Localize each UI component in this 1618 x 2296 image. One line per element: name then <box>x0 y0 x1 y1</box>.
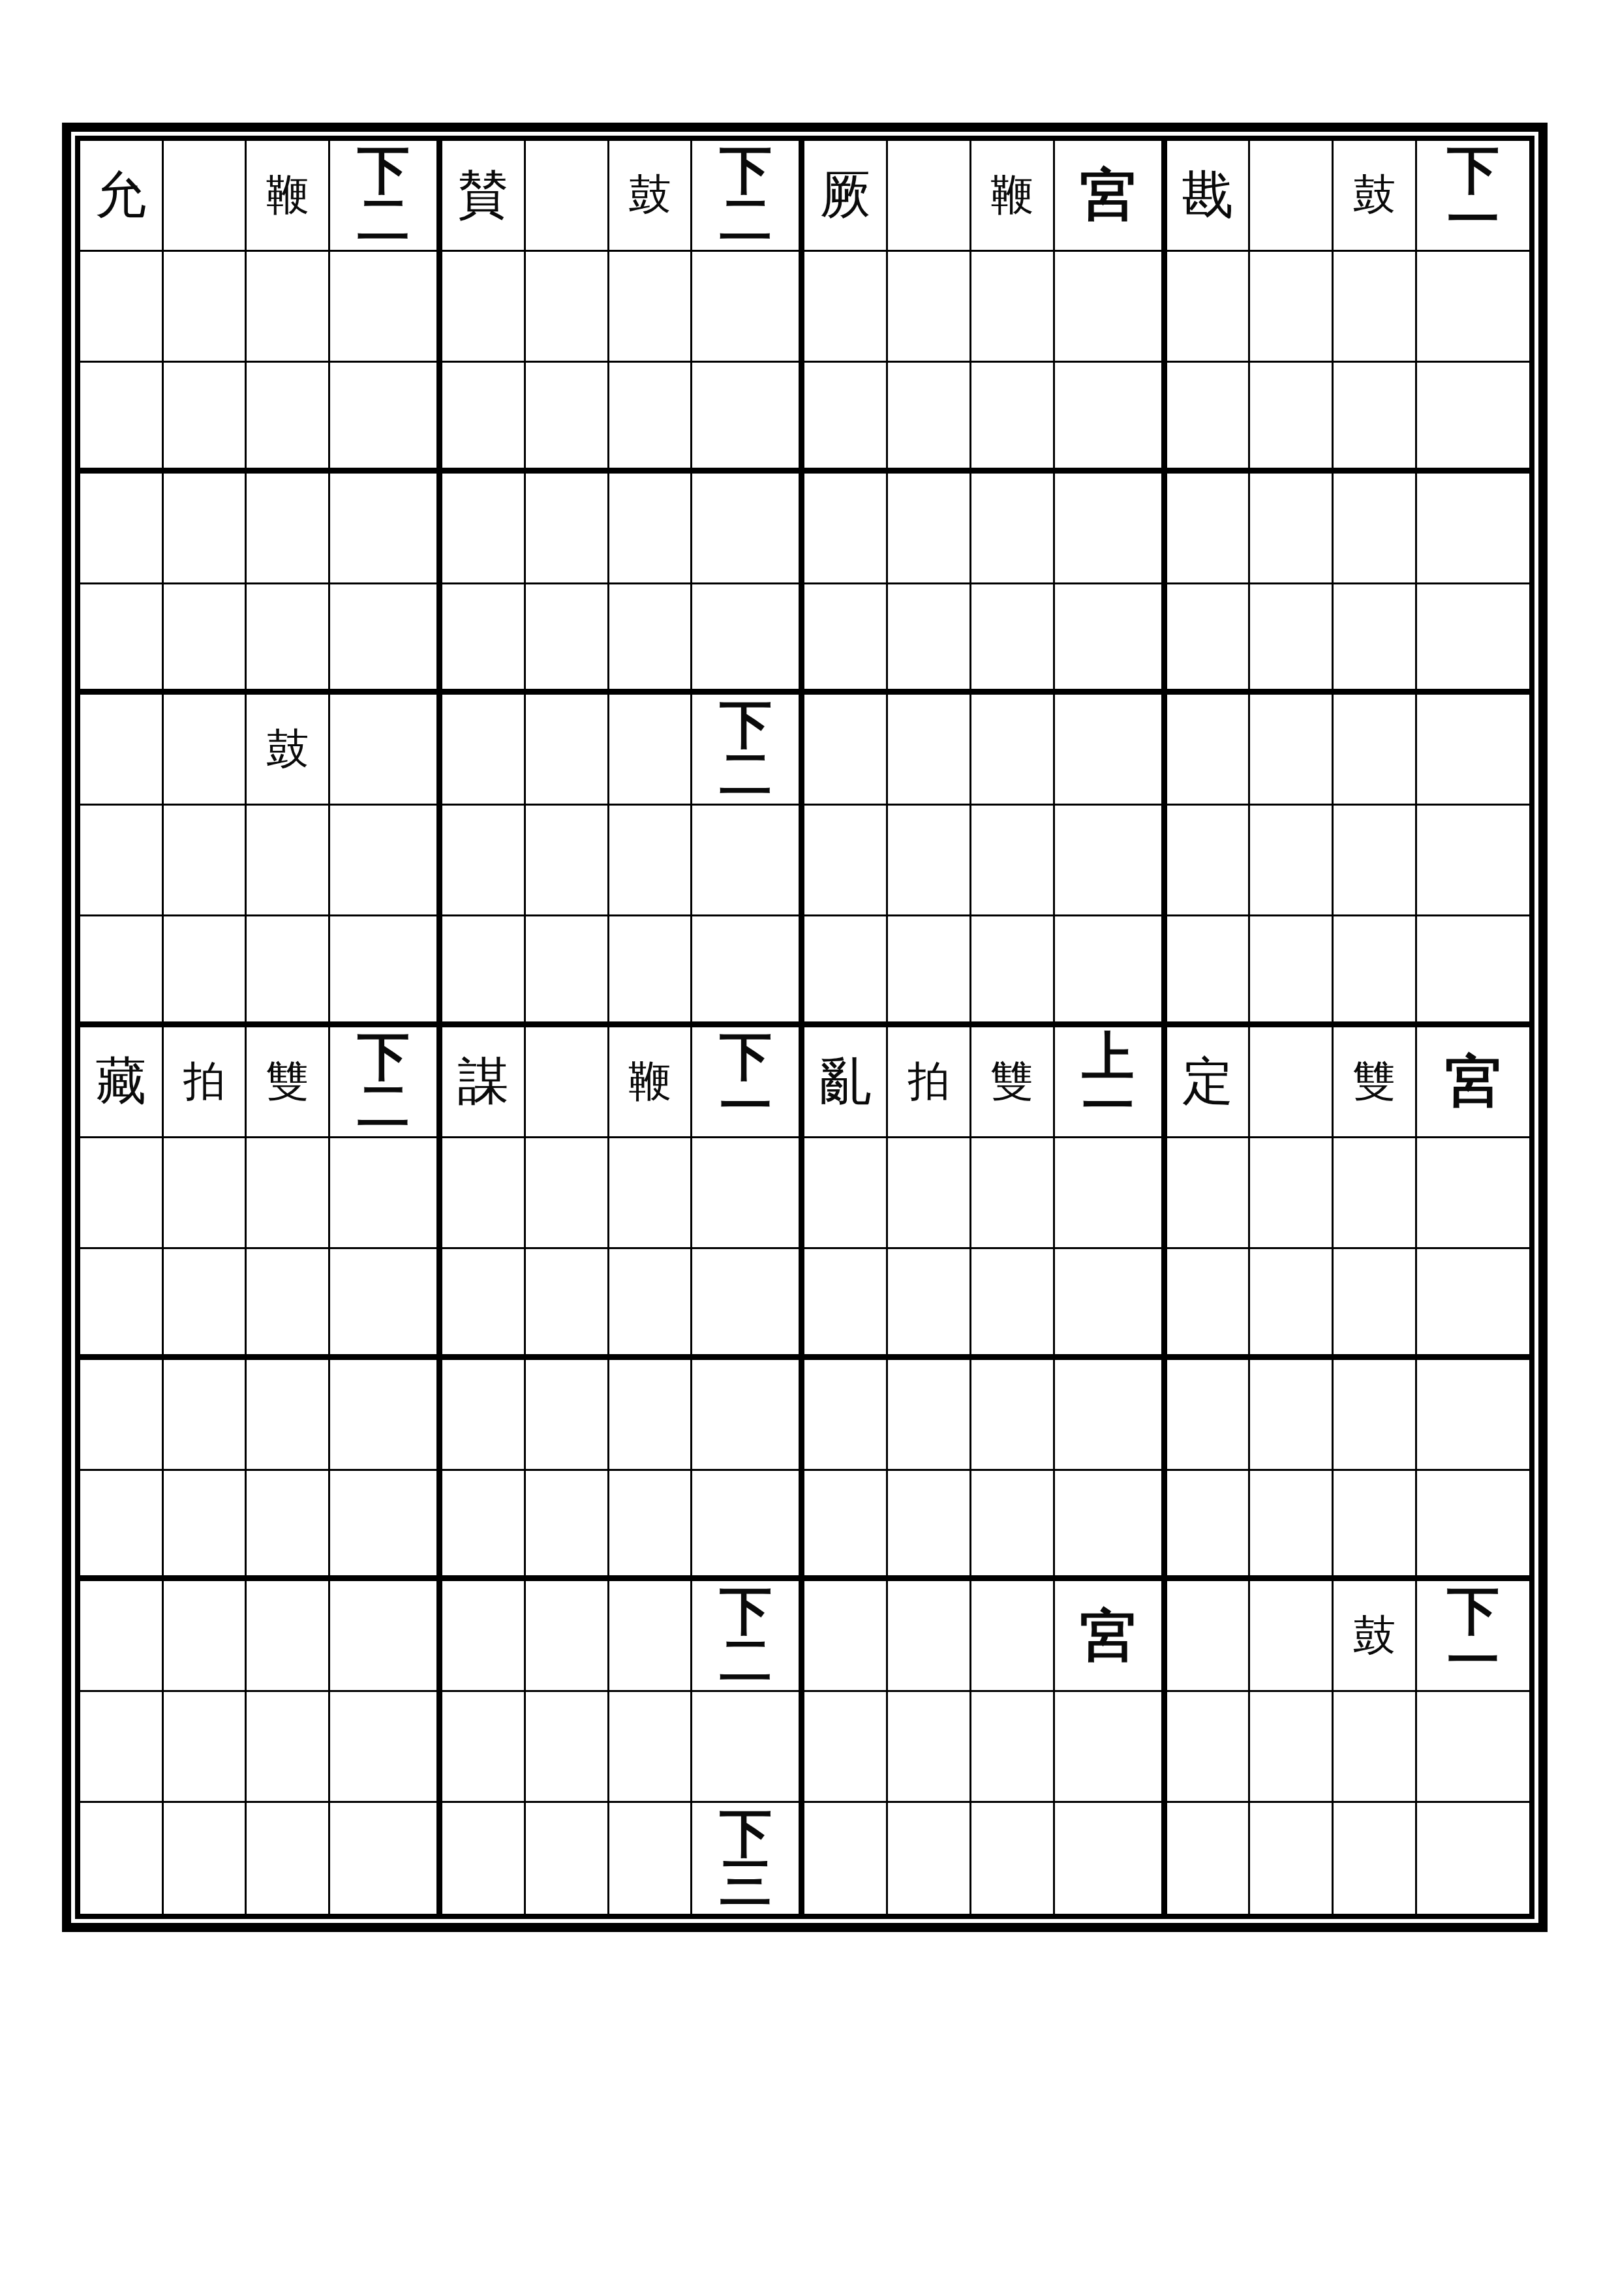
jeonggan-cell-r14c9-lyric <box>804 1581 888 1692</box>
lyric-glyph: 允 <box>95 170 146 220</box>
jeonggan-cell-r8c15-percussion <box>1334 916 1417 1027</box>
jeonggan-cell-r5c13-lyric <box>1167 584 1251 695</box>
jeonggan-cell-r6c1-lyric <box>80 695 164 806</box>
jeonggan-cell-r9c6-pak-clapper <box>526 1027 609 1138</box>
jeonggan-cell-r14c12-pitch: 宮 <box>1055 1581 1167 1692</box>
jeonggan-cell-r7c14-pak-clapper <box>1250 806 1334 916</box>
jeonggan-cell-r3c12-pitch <box>1055 363 1167 474</box>
pitch-glyph: 下二 <box>720 145 772 245</box>
jeonggan-cell-r15c6-pak-clapper <box>526 1692 609 1803</box>
jeonggan-cell-r12c15-percussion <box>1334 1360 1417 1471</box>
jeonggan-cell-r11c6-pak-clapper <box>526 1249 609 1360</box>
jeonggan-cell-r9c4-pitch: 下二 <box>330 1027 442 1138</box>
jeonggan-cell-r7c2-pak-clapper <box>164 806 247 916</box>
jeonggan-cell-r14c10-pak-clapper <box>888 1581 971 1692</box>
jeonggan-cell-r4c12-pitch <box>1055 474 1167 584</box>
jeonggan-cell-r7c1-lyric <box>80 806 164 916</box>
jeonggan-cell-r12c4-pitch <box>330 1360 442 1471</box>
jeonggan-cell-r14c11-percussion <box>971 1581 1055 1692</box>
jeonggan-cell-r5c12-pitch <box>1055 584 1167 695</box>
jeonggan-cell-r15c7-percussion <box>609 1692 693 1803</box>
jeonggan-cell-r12c5-lyric <box>442 1360 526 1471</box>
jeonggan-cell-r3c6-pak-clapper <box>526 363 609 474</box>
jeonggan-cell-r4c9-lyric <box>804 474 888 584</box>
jeonggan-cell-r5c3-percussion <box>247 584 330 695</box>
jeonggan-cell-r3c4-pitch <box>330 363 442 474</box>
jeonggan-cell-r12c8-pitch <box>692 1360 804 1471</box>
jeonggan-cell-r16c16-pitch <box>1417 1803 1529 1914</box>
jeonggan-cell-r8c14-pak-clapper <box>1250 916 1334 1027</box>
jeonggan-cell-r1c6-pak-clapper <box>526 141 609 252</box>
jeonggan-cell-r5c6-pak-clapper <box>526 584 609 695</box>
jeonggan-cell-r10c2-pak-clapper <box>164 1138 247 1249</box>
jeonggan-cell-r14c14-pak-clapper <box>1250 1581 1334 1692</box>
jeonggan-cell-r10c11-percussion <box>971 1138 1055 1249</box>
jeonggan-cell-r13c12-pitch <box>1055 1471 1167 1582</box>
jeonggan-cell-r15c10-pak-clapper <box>888 1692 971 1803</box>
jeonggan-cell-r7c15-percussion <box>1334 806 1417 916</box>
jeonggan-cell-r13c3-percussion <box>247 1471 330 1582</box>
pitch-glyph: 宮 <box>1080 167 1136 223</box>
jeonggan-cell-r13c5-lyric <box>442 1471 526 1582</box>
jeonggan-cell-r7c9-lyric <box>804 806 888 916</box>
jeonggan-cell-r7c12-pitch <box>1055 806 1167 916</box>
jeonggan-cell-r16c7-percussion <box>609 1803 693 1914</box>
jeonggan-cell-r13c7-percussion <box>609 1471 693 1582</box>
jeonggan-cell-r7c7-percussion <box>609 806 693 916</box>
jeonggan-cell-r3c2-pak-clapper <box>164 363 247 474</box>
jeonggan-cell-r14c5-lyric <box>442 1581 526 1692</box>
jeonggan-cell-r7c3-percussion <box>247 806 330 916</box>
jeonggan-cell-r9c9-lyric: 亂 <box>804 1027 888 1138</box>
jeonggan-cell-r13c10-pak-clapper <box>888 1471 971 1582</box>
jeonggan-cell-r12c13-lyric <box>1167 1360 1251 1471</box>
jeonggan-cell-r11c4-pitch <box>330 1249 442 1360</box>
jeonggan-cell-r6c5-lyric <box>442 695 526 806</box>
jeonggan-cell-r16c1-lyric <box>80 1803 164 1914</box>
jeonggan-cell-r14c6-pak-clapper <box>526 1581 609 1692</box>
jeonggan-cell-r7c11-percussion <box>971 806 1055 916</box>
jeonggan-cell-r6c10-pak-clapper <box>888 695 971 806</box>
pitch-glyph: 下二 <box>358 1032 410 1131</box>
jeonggan-cell-r5c15-percussion <box>1334 584 1417 695</box>
jeonggan-cell-r14c8-pitch: 下二 <box>692 1581 804 1692</box>
jeonggan-cell-r9c8-pitch: 下一 <box>692 1027 804 1138</box>
jeonggan-cell-r7c10-pak-clapper <box>888 806 971 916</box>
jeonggan-cell-r4c8-pitch <box>692 474 804 584</box>
jeonggan-cell-r11c3-percussion <box>247 1249 330 1360</box>
jeonggan-cell-r3c15-percussion <box>1334 363 1417 474</box>
jeonggan-cell-r4c11-percussion <box>971 474 1055 584</box>
jeonggan-cell-r2c9-lyric <box>804 252 888 363</box>
jeonggan-cell-r2c3-percussion <box>247 252 330 363</box>
jeonggan-cell-r16c12-pitch <box>1055 1803 1167 1914</box>
jeonggan-cell-r4c3-percussion <box>247 474 330 584</box>
jeonggan-cell-r2c16-pitch <box>1417 252 1529 363</box>
percussion-glyph: 雙 <box>266 1060 309 1103</box>
jeonggan-cell-r3c5-lyric <box>442 363 526 474</box>
inner-border-frame: 允鞭下二賛鼓下二厥鞭宮戡鼓下一鼓下二藏拍雙下二謀鞭下一亂拍雙上一定雙宮下二宮鼓下… <box>75 136 1534 1919</box>
jeonggan-cell-r2c2-pak-clapper <box>164 252 247 363</box>
jeonggan-cell-r3c10-pak-clapper <box>888 363 971 474</box>
jeonggan-cell-r12c9-lyric <box>804 1360 888 1471</box>
jeonggan-cell-r15c14-pak-clapper <box>1250 1692 1334 1803</box>
jeonggan-cell-r3c14-pak-clapper <box>1250 363 1334 474</box>
lyric-glyph: 賛 <box>458 170 509 220</box>
jeonggan-cell-r1c4-pitch: 下二 <box>330 141 442 252</box>
jeonggan-cell-r1c13-lyric: 戡 <box>1167 141 1251 252</box>
jeonggan-cell-r5c8-pitch <box>692 584 804 695</box>
percussion-glyph: 鼓 <box>1353 1614 1396 1657</box>
jeonggan-cell-r11c7-percussion <box>609 1249 693 1360</box>
jeonggan-cell-r1c12-pitch: 宮 <box>1055 141 1167 252</box>
percussion-glyph: 鼓 <box>628 174 671 217</box>
jeonggan-cell-r6c8-pitch: 下二 <box>692 695 804 806</box>
percussion-glyph: 鞭 <box>990 174 1033 217</box>
percussion-glyph: 鞭 <box>266 174 309 217</box>
jeonggan-cell-r15c9-lyric <box>804 1692 888 1803</box>
jeonggan-cell-r13c8-pitch <box>692 1471 804 1582</box>
jeonggan-cell-r12c11-percussion <box>971 1360 1055 1471</box>
jeonggan-cell-r16c5-lyric <box>442 1803 526 1914</box>
jeonggan-cell-r1c11-percussion: 鞭 <box>971 141 1055 252</box>
jeonggan-cell-r8c6-pak-clapper <box>526 916 609 1027</box>
jeonggan-cell-r1c7-percussion: 鼓 <box>609 141 693 252</box>
pitch-glyph: 下三 <box>720 1809 772 1908</box>
jeonggan-cell-r16c4-pitch <box>330 1803 442 1914</box>
jeonggan-cell-r2c13-lyric <box>1167 252 1251 363</box>
jeonggan-cell-r7c5-lyric <box>442 806 526 916</box>
jeonggan-cell-r2c14-pak-clapper <box>1250 252 1334 363</box>
jeonggan-cell-r10c13-lyric <box>1167 1138 1251 1249</box>
jeonggan-cell-r9c13-lyric: 定 <box>1167 1027 1251 1138</box>
jeonggan-cell-r14c2-pak-clapper <box>164 1581 247 1692</box>
jeonggan-cell-r4c13-lyric <box>1167 474 1251 584</box>
jeonggan-cell-r13c6-pak-clapper <box>526 1471 609 1582</box>
jeonggan-cell-r14c1-lyric <box>80 1581 164 1692</box>
jeonggan-cell-r7c8-pitch <box>692 806 804 916</box>
jeonggan-cell-r4c4-pitch <box>330 474 442 584</box>
jeonggan-cell-r8c2-pak-clapper <box>164 916 247 1027</box>
jeonggan-cell-r1c15-percussion: 鼓 <box>1334 141 1417 252</box>
jeonggan-cell-r13c11-percussion <box>971 1471 1055 1582</box>
lyric-glyph: 戡 <box>1182 170 1233 220</box>
jeonggan-cell-r16c14-pak-clapper <box>1250 1803 1334 1914</box>
jeonggan-cell-r12c3-percussion <box>247 1360 330 1471</box>
jeonggan-cell-r1c14-pak-clapper <box>1250 141 1334 252</box>
pitch-glyph: 下一 <box>720 1032 772 1131</box>
pitch-glyph: 下二 <box>720 700 772 799</box>
jeonggan-cell-r8c9-lyric <box>804 916 888 1027</box>
score-grid: 允鞭下二賛鼓下二厥鞭宮戡鼓下一鼓下二藏拍雙下二謀鞭下一亂拍雙上一定雙宮下二宮鼓下… <box>80 141 1529 1914</box>
jeonggan-cell-r6c15-percussion <box>1334 695 1417 806</box>
jeonggan-cell-r9c3-percussion: 雙 <box>247 1027 330 1138</box>
jeonggan-cell-r15c4-pitch <box>330 1692 442 1803</box>
jeonggan-cell-r2c1-lyric <box>80 252 164 363</box>
jeonggan-cell-r3c3-percussion <box>247 363 330 474</box>
jeonggan-cell-r8c10-pak-clapper <box>888 916 971 1027</box>
jeonggan-cell-r16c6-pak-clapper <box>526 1803 609 1914</box>
jeonggan-cell-r13c9-lyric <box>804 1471 888 1582</box>
jeonggan-cell-r13c1-lyric <box>80 1471 164 1582</box>
jeonggan-cell-r16c3-percussion <box>247 1803 330 1914</box>
jeonggan-cell-r16c10-pak-clapper <box>888 1803 971 1914</box>
jeonggan-cell-r9c10-pak-clapper: 拍 <box>888 1027 971 1138</box>
jeonggan-cell-r10c14-pak-clapper <box>1250 1138 1334 1249</box>
jeonggan-cell-r4c5-lyric <box>442 474 526 584</box>
jeonggan-cell-r2c12-pitch <box>1055 252 1167 363</box>
jeonggan-cell-r10c5-lyric <box>442 1138 526 1249</box>
jeonggan-cell-r11c2-pak-clapper <box>164 1249 247 1360</box>
jeonggan-cell-r12c16-pitch <box>1417 1360 1529 1471</box>
jeonggan-cell-r8c8-pitch <box>692 916 804 1027</box>
jeonggan-cell-r12c6-pak-clapper <box>526 1360 609 1471</box>
jeonggan-cell-r13c4-pitch <box>330 1471 442 1582</box>
jeonggan-cell-r4c2-pak-clapper <box>164 474 247 584</box>
pitch-glyph: 上一 <box>1082 1032 1134 1131</box>
pitch-glyph: 下二 <box>358 145 410 245</box>
jeonggan-cell-r2c10-pak-clapper <box>888 252 971 363</box>
percussion-glyph: 鼓 <box>266 728 309 771</box>
jeonggan-cell-r15c3-percussion <box>247 1692 330 1803</box>
jeonggan-cell-r9c1-lyric: 藏 <box>80 1027 164 1138</box>
jeonggan-cell-r1c5-lyric: 賛 <box>442 141 526 252</box>
jeonggan-cell-r2c8-pitch <box>692 252 804 363</box>
lyric-glyph: 定 <box>1182 1056 1233 1107</box>
jeonggan-cell-r10c7-percussion <box>609 1138 693 1249</box>
jeonggan-cell-r11c12-pitch <box>1055 1249 1167 1360</box>
jeonggan-cell-r5c5-lyric <box>442 584 526 695</box>
jeonggan-cell-r6c7-percussion <box>609 695 693 806</box>
jeonggan-cell-r6c6-pak-clapper <box>526 695 609 806</box>
jeonggan-cell-r9c14-pak-clapper <box>1250 1027 1334 1138</box>
jeonggan-cell-r6c4-pitch <box>330 695 442 806</box>
lyric-glyph: 藏 <box>95 1056 146 1107</box>
jeonggan-cell-r4c16-pitch <box>1417 474 1529 584</box>
jeonggan-cell-r3c16-pitch <box>1417 363 1529 474</box>
jeonggan-cell-r3c11-percussion <box>971 363 1055 474</box>
jeonggan-cell-r1c2-pak-clapper <box>164 141 247 252</box>
jeonggan-cell-r8c13-lyric <box>1167 916 1251 1027</box>
jeonggan-cell-r14c7-percussion <box>609 1581 693 1692</box>
jeonggan-cell-r3c1-lyric <box>80 363 164 474</box>
jeonggan-cell-r2c7-percussion <box>609 252 693 363</box>
jeonggan-cell-r6c2-pak-clapper <box>164 695 247 806</box>
jeonggan-cell-r12c12-pitch <box>1055 1360 1167 1471</box>
jeonggan-cell-r5c9-lyric <box>804 584 888 695</box>
jeonggan-cell-r10c9-lyric <box>804 1138 888 1249</box>
jeonggan-cell-r11c16-pitch <box>1417 1249 1529 1360</box>
jeonggan-cell-r9c12-pitch: 上一 <box>1055 1027 1167 1138</box>
jeonggan-cell-r9c5-lyric: 謀 <box>442 1027 526 1138</box>
jeonggan-cell-r5c7-percussion <box>609 584 693 695</box>
jeonggan-cell-r16c13-lyric <box>1167 1803 1251 1914</box>
jeonggan-cell-r1c10-pak-clapper <box>888 141 971 252</box>
jeonggan-cell-r12c2-pak-clapper <box>164 1360 247 1471</box>
jeonggan-cell-r6c13-lyric <box>1167 695 1251 806</box>
jeonggan-cell-r1c9-lyric: 厥 <box>804 141 888 252</box>
jeonggan-cell-r10c15-percussion <box>1334 1138 1417 1249</box>
jeonggan-cell-r5c11-percussion <box>971 584 1055 695</box>
jeonggan-cell-r10c3-percussion <box>247 1138 330 1249</box>
percussion-glyph: 雙 <box>1353 1060 1396 1103</box>
jeonggan-cell-r11c13-lyric <box>1167 1249 1251 1360</box>
jeonggan-cell-r12c1-lyric <box>80 1360 164 1471</box>
jeonggan-cell-r15c1-lyric <box>80 1692 164 1803</box>
jeonggan-cell-r9c2-pak-clapper: 拍 <box>164 1027 247 1138</box>
pak-clapper-glyph: 拍 <box>908 1061 950 1102</box>
score-page: { "game": "jeongganbo (Korean court ritu… <box>0 0 1618 2296</box>
jeonggan-cell-r5c16-pitch <box>1417 584 1529 695</box>
jeonggan-cell-r2c11-percussion <box>971 252 1055 363</box>
jeonggan-cell-r5c1-lyric <box>80 584 164 695</box>
jeonggan-cell-r5c14-pak-clapper <box>1250 584 1334 695</box>
jeonggan-cell-r10c16-pitch <box>1417 1138 1529 1249</box>
jeonggan-cell-r10c4-pitch <box>330 1138 442 1249</box>
jeonggan-cell-r6c11-percussion <box>971 695 1055 806</box>
pak-clapper-glyph: 拍 <box>183 1061 225 1102</box>
jeonggan-cell-r12c7-percussion <box>609 1360 693 1471</box>
jeonggan-cell-r12c14-pak-clapper <box>1250 1360 1334 1471</box>
jeonggan-cell-r2c15-percussion <box>1334 252 1417 363</box>
jeonggan-cell-r6c3-percussion: 鼓 <box>247 695 330 806</box>
jeonggan-cell-r16c15-percussion <box>1334 1803 1417 1914</box>
percussion-glyph: 鞭 <box>628 1060 671 1103</box>
jeonggan-cell-r16c9-lyric <box>804 1803 888 1914</box>
pitch-glyph: 下一 <box>1447 145 1499 245</box>
jeonggan-cell-r5c2-pak-clapper <box>164 584 247 695</box>
jeonggan-cell-r10c12-pitch <box>1055 1138 1167 1249</box>
jeonggan-cell-r8c1-lyric <box>80 916 164 1027</box>
jeonggan-cell-r15c13-lyric <box>1167 1692 1251 1803</box>
jeonggan-cell-r4c15-percussion <box>1334 474 1417 584</box>
jeonggan-cell-r1c1-lyric: 允 <box>80 141 164 252</box>
percussion-glyph: 雙 <box>990 1060 1033 1103</box>
jeonggan-cell-r15c16-pitch <box>1417 1692 1529 1803</box>
jeonggan-cell-r3c7-percussion <box>609 363 693 474</box>
pitch-glyph: 下二 <box>720 1586 772 1685</box>
jeonggan-cell-r5c4-pitch <box>330 584 442 695</box>
jeonggan-cell-r8c4-pitch <box>330 916 442 1027</box>
jeonggan-cell-r8c12-pitch <box>1055 916 1167 1027</box>
jeonggan-cell-r15c2-pak-clapper <box>164 1692 247 1803</box>
jeonggan-cell-r8c16-pitch <box>1417 916 1529 1027</box>
jeonggan-cell-r15c12-pitch <box>1055 1692 1167 1803</box>
outer-border-frame: 允鞭下二賛鼓下二厥鞭宮戡鼓下一鼓下二藏拍雙下二謀鞭下一亂拍雙上一定雙宮下二宮鼓下… <box>62 123 1548 1932</box>
jeonggan-cell-r8c7-percussion <box>609 916 693 1027</box>
jeonggan-cell-r2c4-pitch <box>330 252 442 363</box>
jeonggan-cell-r10c1-lyric <box>80 1138 164 1249</box>
lyric-glyph: 亂 <box>820 1056 871 1107</box>
jeonggan-cell-r4c7-percussion <box>609 474 693 584</box>
jeonggan-cell-r14c15-percussion: 鼓 <box>1334 1581 1417 1692</box>
jeonggan-cell-r14c16-pitch: 下一 <box>1417 1581 1529 1692</box>
jeonggan-cell-r15c15-percussion <box>1334 1692 1417 1803</box>
jeonggan-cell-r9c11-percussion: 雙 <box>971 1027 1055 1138</box>
jeonggan-cell-r6c14-pak-clapper <box>1250 695 1334 806</box>
jeonggan-cell-r11c8-pitch <box>692 1249 804 1360</box>
jeonggan-cell-r6c16-pitch <box>1417 695 1529 806</box>
jeonggan-cell-r15c8-pitch <box>692 1692 804 1803</box>
jeonggan-cell-r13c16-pitch <box>1417 1471 1529 1582</box>
jeonggan-cell-r11c5-lyric <box>442 1249 526 1360</box>
jeonggan-cell-r4c1-lyric <box>80 474 164 584</box>
jeonggan-cell-r16c2-pak-clapper <box>164 1803 247 1914</box>
jeonggan-cell-r13c14-pak-clapper <box>1250 1471 1334 1582</box>
jeonggan-cell-r15c11-percussion <box>971 1692 1055 1803</box>
pitch-glyph: 下一 <box>1447 1586 1499 1685</box>
jeonggan-cell-r14c13-lyric <box>1167 1581 1251 1692</box>
jeonggan-cell-r1c16-pitch: 下一 <box>1417 141 1529 252</box>
jeonggan-cell-r5c10-pak-clapper <box>888 584 971 695</box>
jeonggan-cell-r9c7-percussion: 鞭 <box>609 1027 693 1138</box>
jeonggan-cell-r8c5-lyric <box>442 916 526 1027</box>
jeonggan-cell-r10c10-pak-clapper <box>888 1138 971 1249</box>
jeonggan-cell-r15c5-lyric <box>442 1692 526 1803</box>
jeonggan-cell-r1c3-percussion: 鞭 <box>247 141 330 252</box>
pitch-glyph: 宮 <box>1445 1053 1501 1110</box>
lyric-glyph: 厥 <box>820 170 871 220</box>
pitch-glyph: 宮 <box>1080 1608 1136 1664</box>
jeonggan-cell-r16c11-percussion <box>971 1803 1055 1914</box>
jeonggan-cell-r4c14-pak-clapper <box>1250 474 1334 584</box>
jeonggan-cell-r14c3-percussion <box>247 1581 330 1692</box>
jeonggan-cell-r3c9-lyric <box>804 363 888 474</box>
jeonggan-cell-r7c16-pitch <box>1417 806 1529 916</box>
jeonggan-cell-r11c9-lyric <box>804 1249 888 1360</box>
jeonggan-cell-r8c3-percussion <box>247 916 330 1027</box>
jeonggan-cell-r7c4-pitch <box>330 806 442 916</box>
jeonggan-cell-r3c13-lyric <box>1167 363 1251 474</box>
jeonggan-cell-r8c11-percussion <box>971 916 1055 1027</box>
jeonggan-cell-r4c6-pak-clapper <box>526 474 609 584</box>
jeonggan-cell-r11c10-pak-clapper <box>888 1249 971 1360</box>
percussion-glyph: 鼓 <box>1353 174 1396 217</box>
jeonggan-cell-r6c12-pitch <box>1055 695 1167 806</box>
jeonggan-cell-r6c9-lyric <box>804 695 888 806</box>
jeonggan-cell-r4c10-pak-clapper <box>888 474 971 584</box>
jeonggan-cell-r11c11-percussion <box>971 1249 1055 1360</box>
jeonggan-cell-r10c6-pak-clapper <box>526 1138 609 1249</box>
jeonggan-cell-r2c5-lyric <box>442 252 526 363</box>
jeonggan-cell-r10c8-pitch <box>692 1138 804 1249</box>
jeonggan-cell-r1c8-pitch: 下二 <box>692 141 804 252</box>
jeonggan-cell-r9c16-pitch: 宮 <box>1417 1027 1529 1138</box>
jeonggan-cell-r2c6-pak-clapper <box>526 252 609 363</box>
jeonggan-cell-r12c10-pak-clapper <box>888 1360 971 1471</box>
jeonggan-cell-r7c13-lyric <box>1167 806 1251 916</box>
lyric-glyph: 謀 <box>458 1056 509 1107</box>
jeonggan-cell-r11c15-percussion <box>1334 1249 1417 1360</box>
jeonggan-cell-r13c13-lyric <box>1167 1471 1251 1582</box>
jeonggan-cell-r13c15-percussion <box>1334 1471 1417 1582</box>
jeonggan-cell-r14c4-pitch <box>330 1581 442 1692</box>
jeonggan-cell-r16c8-pitch: 下三 <box>692 1803 804 1914</box>
jeonggan-cell-r13c2-pak-clapper <box>164 1471 247 1582</box>
jeonggan-cell-r11c14-pak-clapper <box>1250 1249 1334 1360</box>
jeonggan-cell-r3c8-pitch <box>692 363 804 474</box>
jeonggan-cell-r9c15-percussion: 雙 <box>1334 1027 1417 1138</box>
jeonggan-cell-r7c6-pak-clapper <box>526 806 609 916</box>
jeonggan-cell-r11c1-lyric <box>80 1249 164 1360</box>
